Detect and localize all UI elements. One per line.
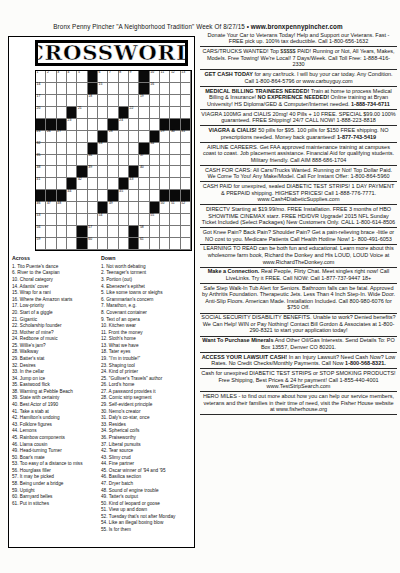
grid-cell-r12c15[interactable]: 52 — [181, 202, 191, 214]
grid-cell-r10c14[interactable] — [170, 178, 180, 190]
grid-cell-r1c15[interactable]: 13 — [181, 71, 191, 83]
grid-cell-r5c7[interactable] — [98, 119, 108, 131]
across-clue-46: 46. Llama cousin — [12, 442, 96, 449]
cell-number: 32 — [37, 142, 41, 145]
across-clue-43: 43. Folklore figures — [12, 422, 96, 429]
down-clue-24: 24. Kind of printer — [101, 369, 192, 376]
across-clue-21: 21. Gigantic — [12, 317, 96, 324]
grid-cell-r13c13[interactable] — [160, 214, 170, 226]
grid-cell-r1c3[interactable]: 3 — [57, 71, 67, 83]
across-clue-23: 23. Mother of mine? — [12, 330, 96, 337]
ad-body-text: DIRECTV Starting at $19.99/mo. FREE Inst… — [202, 206, 395, 225]
grid-cell-r8c12[interactable] — [150, 155, 160, 167]
grid-cell-r15c15[interactable] — [181, 238, 191, 250]
cell-number: 56 — [37, 226, 41, 229]
crossword-title: CROSSWORD — [35, 42, 188, 65]
grid-cell-r3c15[interactable] — [181, 95, 191, 107]
grid-cell-r9c13[interactable] — [160, 166, 170, 178]
grid-cell-r3c5[interactable] — [77, 95, 87, 107]
black-cell — [88, 71, 98, 83]
down-clue-36: 36. Praiseworthy — [101, 435, 192, 442]
across-clue-17: 17. Low-priority — [12, 303, 96, 310]
down-clue-4: 4. Ebenezer's epithet — [101, 284, 192, 291]
grid-cell-r3c10[interactable] — [129, 95, 139, 107]
ad-lead-text: 1-877-743-5419 — [336, 134, 377, 140]
grid-cell-r12c8[interactable]: 49 — [108, 202, 118, 214]
grid-cell-r10c5[interactable]: 42 — [77, 178, 87, 190]
grid-cell-r9c11[interactable]: 40 — [139, 166, 149, 178]
grid-cell-r12c11[interactable] — [139, 202, 149, 214]
cell-number: 21 — [78, 107, 82, 110]
across-clue-33: 33. In the cellar — [12, 369, 96, 376]
grid-cell-r4c3[interactable] — [57, 107, 67, 119]
grid-cell-r7c10[interactable] — [129, 143, 139, 155]
grid-cell-r14c12[interactable] — [150, 226, 160, 238]
grid-cell-r3c8[interactable] — [108, 95, 118, 107]
ad-lead-text: MEDICAL BILLING TRAINEES NEEDED! — [205, 88, 309, 94]
grid-cell-r6c14[interactable]: 30 — [170, 131, 180, 143]
crossword-grid[interactable]: 1234567891011121314151617181920212223242… — [35, 70, 192, 251]
grid-cell-r8c8[interactable] — [108, 155, 118, 167]
grid-cell-r15c1[interactable]: 59 — [36, 238, 46, 250]
down-clue-5: 5. Like some towns or sleighs — [101, 290, 192, 297]
down-clue-12: 12. Sloth's home — [101, 336, 192, 343]
grid-cell-r4c2[interactable] — [46, 107, 56, 119]
black-cell — [67, 107, 77, 119]
grid-cell-r8c7[interactable] — [98, 155, 108, 167]
grid-cell-r15c11[interactable]: 61 — [139, 238, 149, 250]
cell-number: 48 — [57, 202, 61, 205]
cell-number: 49 — [109, 202, 113, 205]
grid-cell-r12c5[interactable] — [77, 202, 87, 214]
grid-cell-r2c13[interactable] — [160, 83, 170, 95]
grid-cell-r14c15[interactable] — [181, 226, 191, 238]
cell-number: 27 — [57, 130, 61, 133]
ad-item-1: Donate Your Car to Veterans Today! Help … — [200, 31, 397, 47]
grid-cell-r11c10[interactable] — [129, 190, 139, 202]
cell-number: 8 — [119, 71, 121, 74]
down-clue-30: 30. Nemo's creator — [101, 409, 192, 416]
grid-cell-r14c13[interactable] — [160, 226, 170, 238]
crossword-feature: CROSSWORD 123456789101112131415161718192… — [8, 36, 195, 548]
grid-cell-r6c15[interactable]: 31 — [181, 131, 191, 143]
grid-cell-r8c15[interactable] — [181, 155, 191, 167]
grid-cell-r9c12[interactable] — [150, 166, 160, 178]
cell-number: 57 — [88, 226, 92, 229]
grid-cell-r9c3[interactable] — [57, 166, 67, 178]
grid-cell-r5c6[interactable] — [88, 119, 98, 131]
grid-cell-r1c5[interactable]: 5 — [77, 71, 87, 83]
grid-cell-r9c8[interactable] — [108, 166, 118, 178]
cell-number: 17 — [37, 95, 41, 98]
cell-number: 29 — [161, 130, 165, 133]
down-clue-46: 46. Basilica section — [101, 474, 192, 481]
grid-cell-r2c9[interactable] — [119, 83, 129, 95]
black-cell — [77, 238, 87, 250]
down-clue-28: 28. Comic strip segment — [101, 395, 192, 402]
across-clue-39: 39. State with certainty — [12, 395, 96, 402]
grid-cell-r11c7[interactable] — [98, 190, 108, 202]
ad-item-10: DIRECTV Starting at $19.99/mo. FREE Inst… — [200, 205, 397, 228]
cell-number: 2 — [47, 71, 49, 74]
grid-cell-r6c8[interactable]: 28 — [108, 131, 118, 143]
grid-cell-r9c7[interactable] — [98, 166, 108, 178]
cell-number: 9 — [130, 71, 132, 74]
ad-body-text: CASH FOR CARS: All Cars/Trucks Wanted. R… — [205, 167, 392, 180]
across-clue-53: 53. Too easy of a distance to miss — [12, 461, 96, 468]
grid-cell-r4c12[interactable] — [150, 107, 160, 119]
grid-cell-r12c13[interactable]: 50 — [160, 202, 170, 214]
grid-cell-r3c12[interactable] — [150, 95, 160, 107]
cell-number: 58 — [140, 226, 144, 229]
grid-cell-r11c5[interactable] — [77, 190, 87, 202]
grid-cell-r4c10[interactable]: 22 — [129, 107, 139, 119]
grid-cell-r15c2[interactable] — [46, 238, 56, 250]
down-clue-52: 52. Tuesday that's not after Monday — [101, 514, 192, 521]
grid-cell-r2c15[interactable] — [181, 83, 191, 95]
down-clue-34: 34. Spherical coifs — [101, 428, 192, 435]
grid-cell-r13c4[interactable] — [67, 214, 77, 226]
grid-cell-r14c4[interactable] — [67, 226, 77, 238]
cell-number: 12 — [171, 71, 175, 74]
grid-cell-r15c3[interactable] — [57, 238, 67, 250]
across-clue-56: 56. Hourglass filler — [12, 468, 96, 475]
grid-cell-r13c9[interactable] — [119, 214, 129, 226]
down-clues: Down 1. Not worth debating2. Teenager's … — [101, 255, 192, 534]
grid-cell-r11c4[interactable]: 44 — [67, 190, 77, 202]
grid-cell-r13c5[interactable] — [77, 214, 87, 226]
grid-cell-r7c8[interactable] — [108, 143, 118, 155]
ad-body-text: LEARNING TO READ can be both fun and edu… — [203, 245, 393, 264]
grid-cell-r6c11[interactable] — [139, 131, 149, 143]
grid-cell-r14c7[interactable] — [98, 226, 108, 238]
grid-cell-r7c12[interactable]: 34 — [150, 143, 160, 155]
grid-cell-r2c14[interactable] — [170, 83, 180, 95]
grid-cell-r13c2[interactable] — [46, 214, 56, 226]
grid-cell-r10c2[interactable] — [46, 178, 56, 190]
grid-cell-r3c3[interactable] — [57, 95, 67, 107]
grid-cell-r9c9[interactable] — [119, 166, 129, 178]
ad-lead-text: GET CASH TODAY — [204, 71, 253, 77]
grid-cell-r8c13[interactable] — [160, 155, 170, 167]
down-clue-19: 19. "I'm in trouble!" — [101, 356, 192, 363]
grid-cell-r13c3[interactable] — [57, 214, 67, 226]
grid-cell-r11c12[interactable] — [150, 190, 160, 202]
grid-cell-r5c4[interactable]: 23 — [67, 119, 77, 131]
ad-item-4: MEDICAL BILLING TRAINEES NEEDED! Train a… — [200, 87, 397, 110]
grid-cell-r5c10[interactable] — [129, 119, 139, 131]
grid-cell-r13c10[interactable] — [129, 214, 139, 226]
grid-cell-r10c3[interactable] — [57, 178, 67, 190]
grid-cell-r2c4[interactable] — [67, 83, 77, 95]
cell-number: 28 — [109, 130, 113, 133]
ad-lead-text: Make a Connection. — [208, 268, 260, 274]
cell-number: 43 — [130, 178, 134, 181]
grid-cell-r6c13[interactable]: 29 — [160, 131, 170, 143]
grid-cell-r11c11[interactable] — [139, 190, 149, 202]
grid-cell-r11c9[interactable]: 45 — [119, 190, 129, 202]
down-clue-13: 13. What we have — [101, 343, 192, 350]
ad-lead-text: 1-888-734-6711 — [350, 101, 390, 107]
grid-cell-r7c13[interactable] — [160, 143, 170, 155]
down-clue-8: 8. Covenant container — [101, 310, 192, 317]
cell-number: 33 — [99, 142, 103, 145]
grid-cell-r4c6[interactable] — [88, 107, 98, 119]
grid-cell-r14c9[interactable] — [119, 226, 129, 238]
grid-cell-r5c9[interactable]: 24 — [119, 119, 129, 131]
across-clue-14: 14. Atlantis' cover — [12, 284, 96, 291]
grid-cell-r3c2[interactable] — [46, 95, 56, 107]
masthead-text: Bronx Penny Pincher "A Neighborhood Trad… — [53, 23, 251, 30]
grid-cell-r3c6[interactable]: 18 — [88, 95, 98, 107]
grid-cell-r1c4[interactable]: 4 — [67, 71, 77, 83]
grid-cell-r4c13[interactable] — [160, 107, 170, 119]
ad-lead-text: Want To Purchase Minerals — [202, 337, 273, 343]
cell-number: 39 — [88, 166, 92, 169]
grid-cell-r3c1[interactable]: 17 — [36, 95, 46, 107]
across-clues: Across 1. Tito Puente's dance6. River to… — [12, 255, 96, 534]
grid-cell-r4c5[interactable]: 21 — [77, 107, 87, 119]
crossword-title-box: CROSSWORD — [35, 40, 188, 66]
grid-cell-r10c13[interactable] — [160, 178, 170, 190]
cell-number: 47 — [47, 202, 51, 205]
grid-cell-r4c1[interactable]: 20 — [36, 107, 46, 119]
grid-cell-r13c8[interactable] — [108, 214, 118, 226]
ad-body-text: And Other Oil/Gas Interests. Send Detail… — [261, 337, 395, 350]
grid-cell-r4c15[interactable] — [181, 107, 191, 119]
grid-cell-r9c4[interactable] — [67, 166, 77, 178]
across-clue-28: 28. Walkway — [12, 349, 96, 356]
clue-lists: Across 1. Tito Puente's dance6. River to… — [12, 255, 192, 534]
grid-cell-r13c7[interactable]: 54 — [98, 214, 108, 226]
down-clue-50: 50. Kind of leopard or goose — [101, 501, 192, 508]
ad-lead-text: 1-800-568-8321. — [344, 360, 386, 366]
grid-cell-r7c7[interactable]: 33 — [98, 143, 108, 155]
grid-cell-r7c15[interactable] — [181, 143, 191, 155]
grid-cell-r9c15[interactable] — [181, 166, 191, 178]
grid-cell-r6c5[interactable] — [77, 131, 87, 143]
grid-cell-r2c8[interactable] — [108, 83, 118, 95]
grid-cell-r3c7[interactable] — [98, 95, 108, 107]
across-clue-list: 1. Tito Puente's dance6. River to the Ca… — [12, 264, 96, 507]
down-clue-55: 55. Is for them — [101, 527, 192, 534]
cell-number: 35 — [37, 154, 41, 157]
ad-body-text: SOCIAL SECURITY DISABILITY BENEFITS. Una… — [201, 314, 395, 333]
grid-cell-r15c7[interactable] — [98, 238, 108, 250]
grid-cell-r12c6[interactable] — [88, 202, 98, 214]
ad-lead-text: NO EXPERIENCE NEEDED! — [256, 94, 329, 100]
grid-cell-r10c7[interactable] — [98, 178, 108, 190]
black-cell — [77, 226, 87, 238]
grid-cell-r14c14[interactable] — [170, 226, 180, 238]
ad-body-text: HERO MILES - to find out more about how … — [203, 393, 394, 412]
across-header: Across — [12, 255, 96, 262]
grid-cell-r10c8[interactable] — [108, 178, 118, 190]
grid-cell-r15c12[interactable] — [150, 238, 160, 250]
down-clue-7: 7. Marathon, e.g. — [101, 303, 192, 310]
grid-cell-r1c10[interactable]: 9 — [129, 71, 139, 83]
grid-cell-r3c13[interactable] — [160, 95, 170, 107]
down-clue-33: 33. Resides — [101, 422, 192, 429]
grid-cell-r13c12[interactable]: 55 — [150, 214, 160, 226]
grid-cell-r7c2[interactable] — [46, 143, 56, 155]
grid-cell-r3c14[interactable] — [170, 95, 180, 107]
black-cell — [129, 238, 139, 250]
across-clue-60: 60. Barnyard belles — [12, 494, 96, 501]
grid-cell-r5c12[interactable] — [150, 119, 160, 131]
grid-cell-r6c4[interactable] — [67, 131, 77, 143]
grid-cell-r2c5[interactable] — [77, 83, 87, 95]
grid-cell-r7c3[interactable] — [57, 143, 67, 155]
grid-cell-r4c7[interactable] — [98, 107, 108, 119]
grid-cell-r6c2[interactable]: 26 — [46, 131, 56, 143]
grid-cell-r13c15[interactable] — [181, 214, 191, 226]
grid-cell-r15c14[interactable] — [170, 238, 180, 250]
grid-cell-r10c1[interactable]: 41 — [36, 178, 46, 190]
grid-cell-r13c14[interactable] — [170, 214, 180, 226]
grid-cell-r6c10[interactable] — [129, 131, 139, 143]
cell-number: 31 — [181, 130, 185, 133]
grid-cell-r15c4[interactable] — [67, 238, 77, 250]
cell-number: 52 — [181, 202, 185, 205]
grid-cell-r8c10[interactable] — [129, 155, 139, 167]
grid-cell-r3c9[interactable] — [119, 95, 129, 107]
down-clue-6: 6. Grammarian's concern — [101, 297, 192, 304]
ads-column: Donate Your Car to Veterans Today! Help … — [200, 31, 397, 415]
grid-cell-r1c13[interactable]: 11 — [160, 71, 170, 83]
grid-cell-r10c11[interactable] — [139, 178, 149, 190]
grid-cell-r15c6[interactable]: 60 — [88, 238, 98, 250]
grid-cell-r2c7[interactable]: 15 — [98, 83, 108, 95]
ad-item-6: VIAGRA & CIALIS! 50 pills for $95. 100 p… — [200, 126, 397, 142]
grid-cell-r14c3[interactable] — [57, 226, 67, 238]
down-clue-11: 11. Front the money — [101, 330, 192, 337]
grid-cell-r12c2[interactable]: 47 — [46, 202, 56, 214]
ad-body-text: Got Knee Pain? Back Pain? Shoulder Pain?… — [203, 229, 394, 242]
cell-number: 30 — [171, 130, 175, 133]
down-clue-1: 1. Not worth debating — [101, 264, 192, 271]
grid-cell-r1c9[interactable]: 8 — [119, 71, 129, 83]
masthead: Bronx Penny Pincher "A Neighborhood Trad… — [0, 23, 396, 30]
grid-cell-r12c3[interactable]: 48 — [57, 202, 67, 214]
cell-number: 61 — [140, 238, 144, 241]
across-clue-1: 1. Tito Puente's dance — [12, 264, 96, 271]
cell-number: 36 — [88, 154, 92, 157]
grid-cell-r2c3[interactable] — [57, 83, 67, 95]
grid-cell-r6c6[interactable] — [88, 131, 98, 143]
across-clue-29: 29. Batter's stat — [12, 356, 96, 363]
ad-item-18: Cash for unexpired DIABETIC TEST STRIPS … — [200, 369, 397, 392]
cell-number: 16 — [150, 83, 154, 86]
cell-number: 6 — [99, 71, 101, 74]
ad-item-12: LEARNING TO READ can be both fun and edu… — [200, 245, 397, 268]
down-clue-42: 42. Tear source — [101, 448, 192, 455]
grid-cell-r7c5[interactable] — [77, 143, 87, 155]
grid-cell-r10c12[interactable] — [150, 178, 160, 190]
grid-cell-r12c4[interactable] — [67, 202, 77, 214]
grid-cell-r4c11[interactable] — [139, 107, 149, 119]
grid-cell-r9c14[interactable] — [170, 166, 180, 178]
grid-cell-r15c13[interactable] — [160, 238, 170, 250]
grid-cell-r8c5[interactable] — [77, 155, 87, 167]
grid-cell-r10c10[interactable]: 43 — [129, 178, 139, 190]
grid-cell-r2c12[interactable]: 16 — [150, 83, 160, 95]
grid-cell-r12c9[interactable] — [119, 202, 129, 214]
across-clue-32: 32. Desires — [12, 363, 96, 370]
ad-item-2: CARS/TRUCKS WANTED! Top $$$$$ PAID! Runn… — [200, 47, 397, 70]
grid-cell-r7c4[interactable] — [67, 143, 77, 155]
cell-number: 20 — [37, 107, 41, 110]
grid-cell-r2c10[interactable] — [129, 83, 139, 95]
grid-cell-r5c5[interactable] — [77, 119, 87, 131]
across-clue-35: 35. Eastwood flick — [12, 382, 96, 389]
grid-cell-r8c4[interactable] — [67, 155, 77, 167]
grid-cell-r7c14[interactable] — [170, 143, 180, 155]
grid-cell-r14c2[interactable] — [46, 226, 56, 238]
grid-cell-r2c2[interactable] — [46, 83, 56, 95]
grid-cell-r5c11[interactable] — [139, 119, 149, 131]
down-clue-25: 25. "Gulliver's Travels" author — [101, 376, 192, 383]
cell-number: 41 — [37, 178, 41, 181]
grid-cell-r15c8[interactable] — [108, 238, 118, 250]
grid-cell-r10c6[interactable] — [88, 178, 98, 190]
cell-number: 23 — [68, 119, 72, 122]
cell-number: 10 — [150, 71, 154, 74]
ad-body-text: Cash for unexpired DIABETIC TEST STRIPS … — [201, 370, 395, 389]
grid-cell-r4c8[interactable] — [108, 107, 118, 119]
cell-number: 46 — [37, 202, 41, 205]
down-clue-23: 23. Shaping tool — [101, 363, 192, 370]
grid-cell-r1c8[interactable]: 7 — [108, 71, 118, 83]
grid-cell-r1c14[interactable]: 12 — [170, 71, 180, 83]
cell-number: 54 — [99, 214, 103, 217]
grid-cell-r9c2[interactable] — [46, 166, 56, 178]
grid-cell-r6c9[interactable] — [119, 131, 129, 143]
down-clue-44: 44. Fine partner — [101, 461, 192, 468]
grid-cell-r8c3[interactable] — [57, 155, 67, 167]
cell-number: 5 — [78, 71, 80, 74]
grid-cell-r12c14[interactable]: 51 — [170, 202, 180, 214]
cell-number: 37 — [140, 154, 144, 157]
grid-cell-r14c8[interactable] — [108, 226, 118, 238]
grid-cell-r7c9[interactable] — [119, 143, 129, 155]
grid-cell-r10c15[interactable] — [181, 178, 191, 190]
grid-cell-r3c4[interactable] — [67, 95, 77, 107]
grid-cell-r8c14[interactable] — [170, 155, 180, 167]
ad-item-7: AIRLINE CAREERS. Get FAA approved mainte… — [200, 143, 397, 166]
across-clue-25: 25. Willie's jam? — [12, 343, 96, 350]
down-clue-47: 47. Dryer batch — [101, 481, 192, 488]
across-clue-38: 38. Warning at Pebble Beach — [12, 389, 96, 396]
ad-body-text: VIAGRA 100MG and CIALIS 20mg! 40 Pills +… — [201, 111, 395, 124]
across-clue-34: 34. Jump on ice — [12, 376, 96, 383]
cell-number: 38 — [37, 166, 41, 169]
grid-cell-r9c6[interactable]: 39 — [88, 166, 98, 178]
grid-cell-r4c14[interactable] — [170, 107, 180, 119]
grid-cell-r12c10[interactable] — [129, 202, 139, 214]
grid-cell-r3c11[interactable]: 19 — [139, 95, 149, 107]
grid-cell-r8c9[interactable] — [119, 155, 129, 167]
grid-cell-r15c9[interactable] — [119, 238, 129, 250]
cell-number: 44 — [68, 190, 72, 193]
grid-cell-r6c3[interactable]: 27 — [57, 131, 67, 143]
cell-number: 19 — [140, 95, 144, 98]
cell-number: 15 — [99, 83, 103, 86]
grid-cell-r1c2[interactable]: 2 — [46, 71, 56, 83]
across-clue-61: 61. Put in stitches — [12, 501, 96, 508]
grid-cell-r8c2[interactable] — [46, 155, 56, 167]
grid-cell-r11c6[interactable] — [88, 190, 98, 202]
